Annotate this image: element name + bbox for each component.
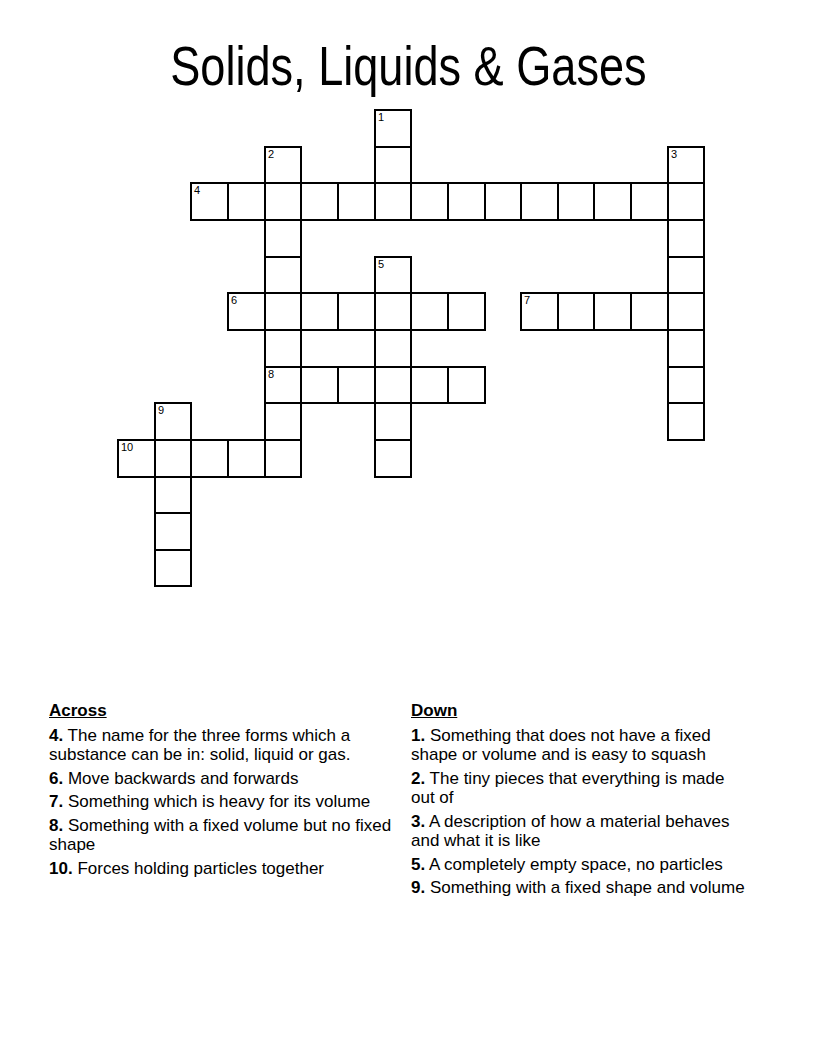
clue-across-8: 8. Something with a fixed volume but no … — [49, 816, 395, 855]
clue-number: 2. — [411, 769, 425, 788]
grid-cell[interactable] — [374, 146, 412, 184]
grid-cell[interactable]: 7 — [520, 292, 559, 331]
grid-cell[interactable] — [667, 329, 705, 368]
grid-cell[interactable] — [264, 402, 302, 441]
clue-text: Move backwards and forwards — [68, 769, 299, 788]
grid-cell[interactable] — [410, 182, 449, 221]
clue-number-label: 6 — [231, 294, 237, 307]
clue-across-6: 6. Move backwards and forwards — [49, 769, 395, 789]
grid-cell[interactable] — [667, 219, 705, 258]
grid-cell[interactable] — [190, 439, 229, 478]
clue-number: 6. — [49, 769, 63, 788]
grid-cell[interactable] — [264, 329, 302, 368]
across-heading: Across — [49, 701, 395, 721]
grid-cell[interactable] — [264, 219, 302, 258]
clue-text: The tiny pieces that everything is made … — [411, 769, 724, 808]
clue-text: A completely empty space, no particles — [429, 855, 723, 874]
grid-cell[interactable] — [154, 512, 192, 551]
clue-number: 4. — [49, 726, 63, 745]
grid-cell[interactable] — [374, 402, 412, 441]
grid-cell[interactable] — [264, 256, 302, 294]
grid-cell[interactable]: 3 — [667, 146, 705, 184]
grid-cell[interactable] — [557, 292, 595, 331]
grid-cell[interactable]: 4 — [190, 182, 229, 221]
grid-cell[interactable] — [374, 439, 412, 478]
grid-cell[interactable] — [154, 549, 192, 587]
grid-cell[interactable] — [154, 439, 192, 478]
clue-number-label: 8 — [268, 368, 274, 381]
clue-text: Something with a fixed volume but no fix… — [49, 816, 391, 855]
clues-down-section: Down 1. Something that does not have a f… — [411, 701, 745, 902]
grid-cell[interactable] — [374, 182, 412, 221]
grid-cell[interactable] — [630, 182, 669, 221]
grid-cell[interactable] — [227, 439, 266, 478]
clue-number-label: 4 — [194, 184, 200, 197]
grid-cell[interactable] — [557, 182, 595, 221]
clue-down-3: 3. A description of how a material behav… — [411, 812, 745, 851]
clue-text: Something that does not have a fixed sha… — [411, 726, 711, 765]
clue-number: 9. — [411, 878, 425, 897]
grid-cell[interactable] — [264, 439, 302, 478]
clue-down-2: 2. The tiny pieces that everything is ma… — [411, 769, 745, 808]
grid-cell[interactable] — [410, 292, 449, 331]
grid-cell[interactable] — [447, 182, 486, 221]
grid-cell[interactable] — [337, 182, 376, 221]
page-title: Solids, Liquids & Gases — [0, 33, 816, 99]
grid-cell[interactable] — [667, 182, 705, 221]
grid-cell[interactable] — [300, 366, 339, 404]
grid-cell[interactable] — [300, 292, 339, 331]
grid-cell[interactable] — [667, 292, 705, 331]
grid-cell[interactable] — [593, 182, 632, 221]
clue-number: 10. — [49, 859, 73, 878]
grid-cell[interactable] — [374, 366, 412, 404]
grid-cell[interactable] — [227, 182, 266, 221]
grid-cell[interactable] — [374, 292, 412, 331]
clue-text: The name for the three forms which a sub… — [49, 726, 350, 765]
clue-number-label: 3 — [671, 148, 677, 161]
clues-across-section: Across 4. The name for the three forms w… — [49, 701, 395, 882]
grid-cell[interactable] — [667, 402, 705, 441]
grid-cell[interactable] — [264, 292, 302, 331]
clue-number-label: 2 — [268, 148, 274, 161]
clue-number: 1. — [411, 726, 425, 745]
clue-text: Something with a fixed shape and volume — [430, 878, 745, 897]
grid-cell[interactable] — [520, 182, 559, 221]
page-title-text: Solids, Liquids & Gases — [170, 33, 646, 99]
grid-cell[interactable]: 2 — [264, 146, 302, 184]
grid-cell[interactable] — [410, 366, 449, 404]
clue-text: A description of how a material behaves … — [411, 812, 730, 851]
clue-across-4: 4. The name for the three forms which a … — [49, 726, 395, 765]
grid-cell[interactable] — [484, 182, 522, 221]
clue-across-10: 10. Forces holding particles together — [49, 859, 395, 879]
grid-cell[interactable]: 6 — [227, 292, 266, 331]
clue-number-label: 7 — [524, 294, 530, 307]
clue-down-5: 5. A completely empty space, no particle… — [411, 855, 745, 875]
grid-cell[interactable]: 9 — [154, 402, 192, 441]
grid-cell[interactable] — [630, 292, 669, 331]
grid-cell[interactable]: 5 — [374, 256, 412, 294]
grid-cell[interactable]: 10 — [117, 439, 156, 478]
grid-cell[interactable] — [667, 256, 705, 294]
clue-text: Something which is heavy for its volume — [68, 792, 370, 811]
grid-cell[interactable]: 1 — [374, 109, 412, 148]
clue-number: 5. — [411, 855, 425, 874]
clue-text: Forces holding particles together — [77, 859, 324, 878]
clue-number-label: 9 — [158, 404, 164, 417]
clue-number-label: 1 — [378, 111, 384, 124]
grid-cell[interactable] — [264, 182, 302, 221]
grid-cell[interactable] — [593, 292, 632, 331]
grid-cell[interactable] — [667, 366, 705, 404]
grid-cell[interactable] — [154, 476, 192, 514]
grid-cell[interactable] — [374, 329, 412, 368]
grid-cell[interactable] — [447, 366, 486, 404]
crossword-grid: 12345678910 — [117, 109, 705, 587]
grid-cell[interactable] — [337, 292, 376, 331]
clue-down-9: 9. Something with a fixed shape and volu… — [411, 878, 745, 898]
clue-number-label: 5 — [378, 258, 384, 271]
down-heading: Down — [411, 701, 745, 721]
clue-down-1: 1. Something that does not have a fixed … — [411, 726, 745, 765]
clue-number: 8. — [49, 816, 63, 835]
clue-across-7: 7. Something which is heavy for its volu… — [49, 792, 395, 812]
clue-number-label: 10 — [121, 441, 133, 454]
clue-number: 7. — [49, 792, 63, 811]
grid-cell[interactable] — [447, 292, 486, 331]
grid-cell[interactable]: 8 — [264, 366, 302, 404]
grid-cell[interactable] — [300, 182, 339, 221]
clue-number: 3. — [411, 812, 425, 831]
grid-cell[interactable] — [337, 366, 376, 404]
